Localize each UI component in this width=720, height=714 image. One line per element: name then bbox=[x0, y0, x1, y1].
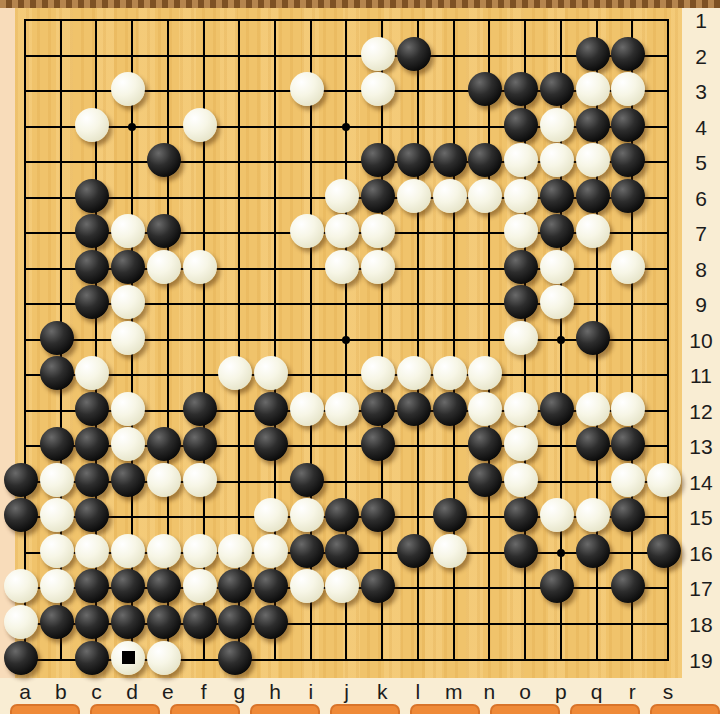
white-stone-q12 bbox=[576, 392, 610, 426]
star-point bbox=[128, 123, 136, 131]
row-label-5: 5 bbox=[684, 151, 718, 175]
white-stone-i17 bbox=[290, 569, 324, 603]
column-label-j: j bbox=[334, 680, 358, 704]
white-stone-b16 bbox=[40, 534, 74, 568]
toolbar-button-5[interactable] bbox=[330, 704, 400, 714]
row-label-4: 4 bbox=[684, 116, 718, 140]
toolbar-button-8[interactable] bbox=[570, 704, 640, 714]
white-stone-r12 bbox=[611, 392, 645, 426]
black-stone-b10 bbox=[40, 321, 74, 355]
white-stone-l6 bbox=[397, 179, 431, 213]
column-label-h: h bbox=[263, 680, 287, 704]
white-stone-j8 bbox=[325, 250, 359, 284]
white-stone-f14 bbox=[183, 463, 217, 497]
column-label-k: k bbox=[370, 680, 394, 704]
black-stone-f18 bbox=[183, 605, 217, 639]
black-stone-q16 bbox=[576, 534, 610, 568]
column-label-l: l bbox=[406, 680, 430, 704]
toolbar-button-9[interactable] bbox=[650, 704, 720, 714]
grid-line-vertical bbox=[381, 19, 383, 661]
white-stone-o6 bbox=[504, 179, 538, 213]
white-stone-d3 bbox=[111, 72, 145, 106]
row-label-7: 7 bbox=[684, 222, 718, 246]
white-stone-p4 bbox=[540, 108, 574, 142]
white-stone-f17 bbox=[183, 569, 217, 603]
column-label-r: r bbox=[620, 680, 644, 704]
black-stone-b18 bbox=[40, 605, 74, 639]
black-stone-o3 bbox=[504, 72, 538, 106]
black-stone-h12 bbox=[254, 392, 288, 426]
star-point bbox=[557, 336, 565, 344]
column-label-m: m bbox=[442, 680, 466, 704]
row-label-10: 10 bbox=[684, 329, 718, 353]
white-stone-b17 bbox=[40, 569, 74, 603]
column-label-o: o bbox=[513, 680, 537, 704]
white-stone-a18 bbox=[4, 605, 38, 639]
white-stone-p5 bbox=[540, 143, 574, 177]
white-stone-q5 bbox=[576, 143, 610, 177]
white-stone-e14 bbox=[147, 463, 181, 497]
black-stone-l2 bbox=[397, 37, 431, 71]
black-stone-l5 bbox=[397, 143, 431, 177]
black-stone-d14 bbox=[111, 463, 145, 497]
black-stone-r6 bbox=[611, 179, 645, 213]
white-stone-r8 bbox=[611, 250, 645, 284]
row-label-2: 2 bbox=[684, 45, 718, 69]
black-stone-o4 bbox=[504, 108, 538, 142]
white-stone-i3 bbox=[290, 72, 324, 106]
row-label-11: 11 bbox=[684, 364, 718, 388]
column-label-f: f bbox=[192, 680, 216, 704]
column-label-n: n bbox=[477, 680, 501, 704]
star-point bbox=[557, 549, 565, 557]
white-stone-n12 bbox=[468, 392, 502, 426]
white-stone-b14 bbox=[40, 463, 74, 497]
black-stone-q6 bbox=[576, 179, 610, 213]
toolbar-button-6[interactable] bbox=[410, 704, 480, 714]
black-stone-m12 bbox=[433, 392, 467, 426]
white-stone-d16 bbox=[111, 534, 145, 568]
white-stone-q7 bbox=[576, 214, 610, 248]
black-stone-e18 bbox=[147, 605, 181, 639]
white-stone-i7 bbox=[290, 214, 324, 248]
toolbar-button-3[interactable] bbox=[170, 704, 240, 714]
row-label-18: 18 bbox=[684, 613, 718, 637]
black-stone-m15 bbox=[433, 498, 467, 532]
row-label-1: 1 bbox=[684, 9, 718, 33]
white-stone-i12 bbox=[290, 392, 324, 426]
column-label-a: a bbox=[13, 680, 37, 704]
white-stone-j6 bbox=[325, 179, 359, 213]
last-move-marker bbox=[122, 651, 135, 664]
white-stone-e8 bbox=[147, 250, 181, 284]
column-label-c: c bbox=[84, 680, 108, 704]
black-stone-l12 bbox=[397, 392, 431, 426]
black-stone-p3 bbox=[540, 72, 574, 106]
white-stone-q15 bbox=[576, 498, 610, 532]
black-stone-f13 bbox=[183, 427, 217, 461]
row-label-19: 19 bbox=[684, 649, 718, 673]
row-label-14: 14 bbox=[684, 471, 718, 495]
white-stone-n6 bbox=[468, 179, 502, 213]
row-label-3: 3 bbox=[684, 80, 718, 104]
black-stone-e13 bbox=[147, 427, 181, 461]
white-stone-f16 bbox=[183, 534, 217, 568]
black-stone-f12 bbox=[183, 392, 217, 426]
black-stone-c19 bbox=[75, 641, 109, 675]
grid-line-vertical bbox=[488, 19, 490, 661]
black-stone-d8 bbox=[111, 250, 145, 284]
white-stone-o7 bbox=[504, 214, 538, 248]
column-label-g: g bbox=[227, 680, 251, 704]
row-label-15: 15 bbox=[684, 506, 718, 530]
black-stone-o16 bbox=[504, 534, 538, 568]
white-stone-q3 bbox=[576, 72, 610, 106]
white-stone-d10 bbox=[111, 321, 145, 355]
black-stone-r4 bbox=[611, 108, 645, 142]
white-stone-p9 bbox=[540, 285, 574, 319]
grid-line-horizontal bbox=[24, 374, 669, 376]
black-stone-e5 bbox=[147, 143, 181, 177]
row-label-17: 17 bbox=[684, 577, 718, 601]
black-stone-p6 bbox=[540, 179, 574, 213]
white-stone-f8 bbox=[183, 250, 217, 284]
white-stone-l11 bbox=[397, 356, 431, 390]
white-stone-o12 bbox=[504, 392, 538, 426]
black-stone-b11 bbox=[40, 356, 74, 390]
black-stone-a14 bbox=[4, 463, 38, 497]
black-stone-p7 bbox=[540, 214, 574, 248]
white-stone-k8 bbox=[361, 250, 395, 284]
black-stone-o8 bbox=[504, 250, 538, 284]
white-stone-m11 bbox=[433, 356, 467, 390]
white-stone-f4 bbox=[183, 108, 217, 142]
white-stone-b15 bbox=[40, 498, 74, 532]
row-label-13: 13 bbox=[684, 435, 718, 459]
white-stone-e19 bbox=[147, 641, 181, 675]
white-stone-o10 bbox=[504, 321, 538, 355]
white-stone-r14 bbox=[611, 463, 645, 497]
go-app-window: abcdefghijklmnopqrs123456789101112131415… bbox=[0, 0, 720, 714]
row-label-8: 8 bbox=[684, 258, 718, 282]
toolbar-button-2[interactable] bbox=[90, 704, 160, 714]
black-stone-r2 bbox=[611, 37, 645, 71]
black-stone-i16 bbox=[290, 534, 324, 568]
white-stone-k3 bbox=[361, 72, 395, 106]
white-stone-i15 bbox=[290, 498, 324, 532]
row-label-16: 16 bbox=[684, 542, 718, 566]
black-stone-d18 bbox=[111, 605, 145, 639]
row-label-12: 12 bbox=[684, 400, 718, 424]
toolbar-button-7[interactable] bbox=[490, 704, 560, 714]
toolbar-button-4[interactable] bbox=[250, 704, 320, 714]
column-label-q: q bbox=[585, 680, 609, 704]
white-stone-p15 bbox=[540, 498, 574, 532]
black-stone-k12 bbox=[361, 392, 395, 426]
row-label-6: 6 bbox=[684, 187, 718, 211]
column-label-d: d bbox=[120, 680, 144, 704]
black-stone-c8 bbox=[75, 250, 109, 284]
white-stone-g16 bbox=[218, 534, 252, 568]
black-stone-i14 bbox=[290, 463, 324, 497]
column-label-p: p bbox=[549, 680, 573, 704]
black-stone-n14 bbox=[468, 463, 502, 497]
white-stone-h16 bbox=[254, 534, 288, 568]
row-label-9: 9 bbox=[684, 293, 718, 317]
column-label-s: s bbox=[656, 680, 680, 704]
black-stone-q2 bbox=[576, 37, 610, 71]
column-label-b: b bbox=[49, 680, 73, 704]
column-label-e: e bbox=[156, 680, 180, 704]
black-stone-q10 bbox=[576, 321, 610, 355]
black-stone-l16 bbox=[397, 534, 431, 568]
white-stone-d12 bbox=[111, 392, 145, 426]
white-stone-m6 bbox=[433, 179, 467, 213]
black-stone-g19 bbox=[218, 641, 252, 675]
black-stone-m5 bbox=[433, 143, 467, 177]
black-stone-s16 bbox=[647, 534, 681, 568]
white-stone-o5 bbox=[504, 143, 538, 177]
black-stone-a19 bbox=[4, 641, 38, 675]
white-stone-o14 bbox=[504, 463, 538, 497]
column-label-i: i bbox=[299, 680, 323, 704]
black-stone-h18 bbox=[254, 605, 288, 639]
black-stone-q13 bbox=[576, 427, 610, 461]
white-stone-c4 bbox=[75, 108, 109, 142]
white-stone-s14 bbox=[647, 463, 681, 497]
black-stone-b13 bbox=[40, 427, 74, 461]
white-stone-m16 bbox=[433, 534, 467, 568]
black-stone-e7 bbox=[147, 214, 181, 248]
white-stone-e16 bbox=[147, 534, 181, 568]
black-stone-p12 bbox=[540, 392, 574, 426]
black-stone-c6 bbox=[75, 179, 109, 213]
white-stone-k2 bbox=[361, 37, 395, 71]
black-stone-q4 bbox=[576, 108, 610, 142]
black-stone-k6 bbox=[361, 179, 395, 213]
white-stone-p8 bbox=[540, 250, 574, 284]
toolbar-button-1[interactable] bbox=[10, 704, 80, 714]
